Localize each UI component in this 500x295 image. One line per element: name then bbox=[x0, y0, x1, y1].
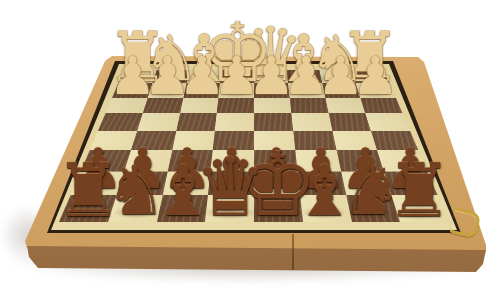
piece-black-rook-h8[interactable]: ♜ bbox=[52, 153, 126, 227]
chess-set-photo: ♜♞♝♚♛♝♞♜♟♟♟♟♟♟♟♟♟♟♟♟♟♟♟♟♜♞♝♛♚♝♞♜ bbox=[0, 0, 500, 295]
piece-layer: ♜♞♝♚♛♝♞♜♟♟♟♟♟♟♟♟♟♟♟♟♟♟♟♟♜♞♝♛♚♝♞♜ bbox=[0, 0, 500, 295]
piece-white-pawn-h2[interactable]: ♟ bbox=[106, 50, 159, 103]
